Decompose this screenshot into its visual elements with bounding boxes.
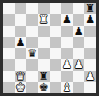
piece-black-pawn: ♟ [16,37,26,48]
square-d1[interactable]: ♚ [38,82,50,93]
piece-black-pawn: ♟ [85,14,95,25]
square-g5[interactable] [73,37,85,48]
square-b8[interactable] [15,3,27,14]
piece-white-pawn: ♟ [62,59,72,70]
square-g3[interactable]: ♟ [73,59,85,70]
chess-diagram: ♜♜♟♟♟♟♛♟♟♛♜♟♚♚♝ [0,0,99,96]
square-d2[interactable]: ♜ [38,71,50,82]
piece-black-king: ♚ [39,82,49,93]
square-e2[interactable] [50,71,62,82]
square-e5[interactable] [50,37,62,48]
square-h7[interactable]: ♟ [84,14,96,25]
square-e3[interactable] [50,59,62,70]
square-a2[interactable] [3,71,15,82]
piece-white-king: ♚ [16,82,26,93]
square-d5[interactable] [38,37,50,48]
square-d7[interactable]: ♜ [38,14,50,25]
square-a3[interactable] [3,59,15,70]
square-a8[interactable] [3,3,15,14]
square-f8[interactable] [61,3,73,14]
square-g8[interactable] [73,3,85,14]
square-a7[interactable] [3,14,15,25]
square-c5[interactable] [26,37,38,48]
square-a5[interactable] [3,37,15,48]
square-h1[interactable] [84,82,96,93]
square-d8[interactable] [38,3,50,14]
square-g7[interactable] [73,14,85,25]
piece-white-pawn: ♟ [85,71,95,82]
square-f2[interactable] [61,71,73,82]
square-h3[interactable] [84,59,96,70]
square-e6[interactable] [50,26,62,37]
square-d3[interactable] [38,59,50,70]
piece-white-pawn: ♟ [74,59,84,70]
square-b2[interactable]: ♛ [15,71,27,82]
square-c8[interactable] [26,3,38,14]
square-g6[interactable]: ♟ [73,26,85,37]
square-h2[interactable]: ♟ [84,71,96,82]
piece-black-pawn: ♟ [62,14,72,25]
square-f6[interactable] [61,26,73,37]
square-d4[interactable] [38,48,50,59]
square-b4[interactable] [15,48,27,59]
square-b3[interactable] [15,59,27,70]
square-c3[interactable] [26,59,38,70]
piece-black-queen: ♛ [27,48,37,59]
square-f5[interactable] [61,37,73,48]
chess-board: ♜♜♟♟♟♟♛♟♟♛♜♟♚♚♝ [3,3,96,93]
square-e4[interactable] [50,48,62,59]
square-f7[interactable]: ♟ [61,14,73,25]
square-c2[interactable] [26,71,38,82]
square-b6[interactable] [15,26,27,37]
square-e8[interactable] [50,3,62,14]
square-e1[interactable] [50,82,62,93]
square-c7[interactable] [26,14,38,25]
square-d6[interactable] [38,26,50,37]
square-a4[interactable] [3,48,15,59]
piece-white-rook: ♜ [39,14,49,25]
piece-black-rook: ♜ [85,3,95,14]
square-f4[interactable] [61,48,73,59]
piece-black-rook: ♜ [39,71,49,82]
square-e7[interactable] [50,14,62,25]
square-b7[interactable] [15,14,27,25]
piece-white-queen: ♛ [16,71,26,82]
square-b1[interactable]: ♚ [15,82,27,93]
square-c1[interactable] [26,82,38,93]
square-c4[interactable]: ♛ [26,48,38,59]
piece-black-pawn: ♟ [74,26,84,37]
square-f3[interactable]: ♟ [61,59,73,70]
square-f1[interactable]: ♝ [61,82,73,93]
square-c6[interactable] [26,26,38,37]
square-h8[interactable]: ♜ [84,3,96,14]
square-g1[interactable] [73,82,85,93]
piece-white-bishop: ♝ [62,82,72,93]
square-h6[interactable] [84,26,96,37]
square-a1[interactable] [3,82,15,93]
square-g2[interactable] [73,71,85,82]
square-b5[interactable]: ♟ [15,37,27,48]
square-h5[interactable] [84,37,96,48]
square-a6[interactable] [3,26,15,37]
square-g4[interactable] [73,48,85,59]
square-h4[interactable] [84,48,96,59]
